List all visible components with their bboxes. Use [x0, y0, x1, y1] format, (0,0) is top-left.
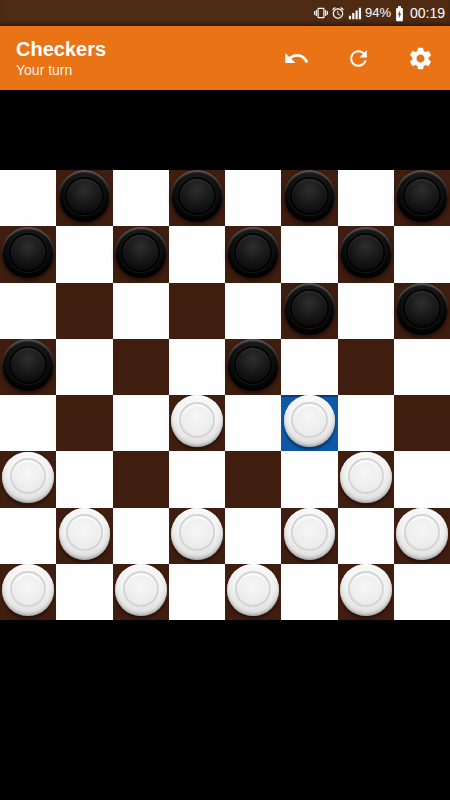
- square-r3c1: [56, 339, 112, 395]
- square-r3c6[interactable]: [338, 339, 394, 395]
- piece-ring: [179, 402, 215, 438]
- black-piece[interactable]: [340, 227, 392, 279]
- piece-ring: [404, 514, 440, 550]
- status-bar: 94% 00:19: [0, 0, 450, 26]
- square-r0c6: [338, 170, 394, 226]
- square-r1c1: [56, 226, 112, 282]
- piece-ring: [10, 458, 46, 494]
- page-title: Checkers: [16, 37, 283, 62]
- white-piece[interactable]: [340, 452, 392, 504]
- black-piece[interactable]: [59, 170, 111, 222]
- square-r2c5[interactable]: [281, 283, 337, 339]
- square-r5c5: [281, 451, 337, 507]
- undo-button[interactable]: [283, 45, 310, 72]
- square-r7c0[interactable]: [0, 564, 56, 620]
- piece-ring: [65, 177, 103, 215]
- piece-ring: [123, 571, 159, 607]
- square-r6c5[interactable]: [281, 508, 337, 564]
- square-r4c7[interactable]: [394, 395, 450, 451]
- white-piece[interactable]: [115, 564, 167, 616]
- piece-ring: [10, 571, 46, 607]
- square-r4c2: [113, 395, 169, 451]
- square-r6c0: [0, 508, 56, 564]
- square-r4c4: [225, 395, 281, 451]
- battery-charging-icon: [394, 5, 405, 22]
- black-piece[interactable]: [284, 170, 336, 222]
- square-r6c3[interactable]: [169, 508, 225, 564]
- refresh-icon: [346, 46, 371, 71]
- square-r3c3: [169, 339, 225, 395]
- square-r6c2: [113, 508, 169, 564]
- piece-ring: [121, 233, 159, 271]
- white-piece[interactable]: [59, 508, 111, 560]
- white-piece[interactable]: [396, 508, 448, 560]
- app-bar-actions: [283, 45, 450, 72]
- piece-ring: [179, 514, 215, 550]
- black-piece[interactable]: [227, 227, 279, 279]
- square-r1c5: [281, 226, 337, 282]
- square-r4c1[interactable]: [56, 395, 112, 451]
- square-r2c6: [338, 283, 394, 339]
- square-r6c6: [338, 508, 394, 564]
- battery-percent: 94%: [365, 0, 391, 26]
- app-bar: Checkers Your turn: [0, 26, 450, 90]
- square-r3c5: [281, 339, 337, 395]
- piece-ring: [291, 514, 327, 550]
- black-piece[interactable]: [2, 339, 54, 391]
- black-piece[interactable]: [227, 339, 279, 391]
- square-r6c1[interactable]: [56, 508, 112, 564]
- square-r2c0: [0, 283, 56, 339]
- turn-status: Your turn: [16, 62, 283, 80]
- black-piece[interactable]: [396, 170, 448, 222]
- square-r0c4: [225, 170, 281, 226]
- white-piece[interactable]: [227, 564, 279, 616]
- undo-icon: [283, 45, 310, 72]
- black-piece[interactable]: [284, 283, 336, 335]
- white-piece[interactable]: [340, 564, 392, 616]
- black-piece[interactable]: [2, 227, 54, 279]
- piece-ring: [234, 346, 272, 384]
- piece-ring: [178, 177, 216, 215]
- white-piece[interactable]: [284, 395, 336, 447]
- square-r0c1[interactable]: [56, 170, 112, 226]
- square-r7c2[interactable]: [113, 564, 169, 620]
- square-r2c2: [113, 283, 169, 339]
- square-r1c4[interactable]: [225, 226, 281, 282]
- square-r7c6[interactable]: [338, 564, 394, 620]
- square-r4c0: [0, 395, 56, 451]
- square-r3c0[interactable]: [0, 339, 56, 395]
- square-r7c1: [56, 564, 112, 620]
- alarm-icon: [331, 6, 345, 20]
- square-r7c4[interactable]: [225, 564, 281, 620]
- piece-ring: [9, 346, 47, 384]
- piece-ring: [290, 177, 328, 215]
- phone-screen: 94% 00:19 Checkers Your turn: [0, 0, 450, 800]
- square-r3c7: [394, 339, 450, 395]
- white-piece[interactable]: [2, 452, 54, 504]
- square-r4c5[interactable]: [281, 395, 337, 451]
- square-r5c7: [394, 451, 450, 507]
- piece-ring: [234, 233, 272, 271]
- square-r1c7: [394, 226, 450, 282]
- square-r7c5: [281, 564, 337, 620]
- square-r0c3[interactable]: [169, 170, 225, 226]
- square-r7c3: [169, 564, 225, 620]
- square-r3c2[interactable]: [113, 339, 169, 395]
- board: [0, 170, 450, 620]
- gear-icon: [407, 45, 434, 72]
- square-r3c4[interactable]: [225, 339, 281, 395]
- square-r1c0[interactable]: [0, 226, 56, 282]
- white-piece[interactable]: [2, 564, 54, 616]
- square-r5c4[interactable]: [225, 451, 281, 507]
- piece-ring: [9, 233, 47, 271]
- square-r2c7[interactable]: [394, 283, 450, 339]
- square-r5c6[interactable]: [338, 451, 394, 507]
- signal-strength-icon: [348, 6, 362, 20]
- piece-ring: [403, 289, 441, 327]
- square-r4c6: [338, 395, 394, 451]
- square-r2c4: [225, 283, 281, 339]
- square-r1c6[interactable]: [338, 226, 394, 282]
- square-r1c2[interactable]: [113, 226, 169, 282]
- square-r0c5[interactable]: [281, 170, 337, 226]
- piece-ring: [403, 177, 441, 215]
- square-r4c3[interactable]: [169, 395, 225, 451]
- white-piece[interactable]: [171, 508, 223, 560]
- square-r6c4: [225, 508, 281, 564]
- white-piece[interactable]: [171, 395, 223, 447]
- square-r5c0[interactable]: [0, 451, 56, 507]
- square-r2c1[interactable]: [56, 283, 112, 339]
- square-r5c3: [169, 451, 225, 507]
- square-r7c7: [394, 564, 450, 620]
- square-r5c2[interactable]: [113, 451, 169, 507]
- piece-ring: [348, 458, 384, 494]
- vibrate-icon: [314, 6, 328, 20]
- piece-ring: [291, 402, 327, 438]
- square-r1c3: [169, 226, 225, 282]
- black-piece[interactable]: [115, 227, 167, 279]
- restart-button[interactable]: [346, 46, 371, 71]
- clock: 00:19: [410, 0, 445, 26]
- square-r5c1: [56, 451, 112, 507]
- piece-ring: [235, 571, 271, 607]
- piece-ring: [348, 571, 384, 607]
- piece-ring: [66, 514, 102, 550]
- square-r0c7[interactable]: [394, 170, 450, 226]
- square-r0c0: [0, 170, 56, 226]
- square-r2c3[interactable]: [169, 283, 225, 339]
- settings-button[interactable]: [407, 45, 434, 72]
- app-bar-titles: Checkers Your turn: [16, 37, 283, 80]
- black-piece[interactable]: [396, 283, 448, 335]
- white-piece[interactable]: [284, 508, 336, 560]
- square-r6c7[interactable]: [394, 508, 450, 564]
- black-piece[interactable]: [171, 170, 223, 222]
- square-r0c2: [113, 170, 169, 226]
- piece-ring: [346, 233, 384, 271]
- piece-ring: [290, 289, 328, 327]
